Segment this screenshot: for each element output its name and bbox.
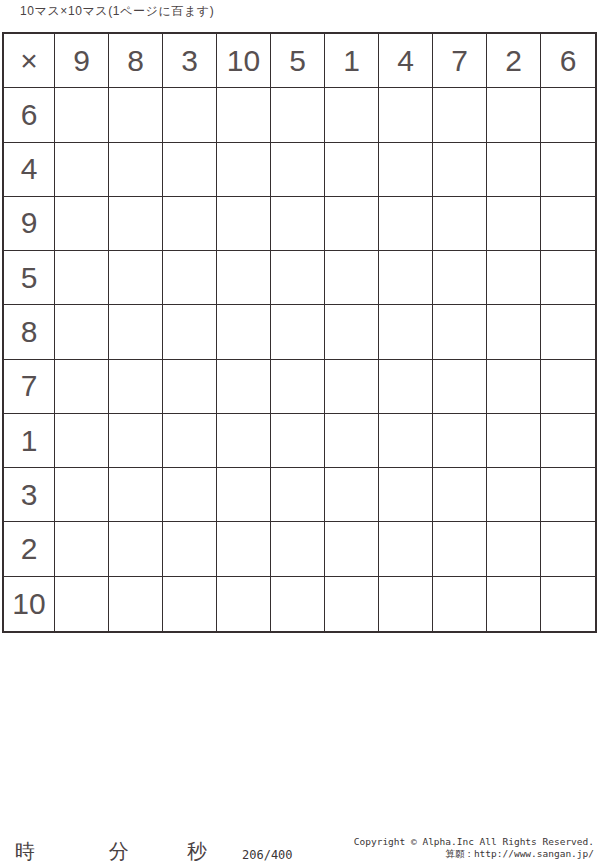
answer-cell-r2c5[interactable] (271, 143, 325, 197)
col-header-9: 2 (487, 34, 541, 88)
answer-cell-r7c6[interactable] (325, 414, 379, 468)
answer-cell-r8c9[interactable] (487, 468, 541, 522)
answer-cell-r8c8[interactable] (433, 468, 487, 522)
row-header-1: 6 (4, 88, 55, 142)
answer-cell-r7c2[interactable] (109, 414, 163, 468)
answer-cell-r10c9[interactable] (487, 577, 541, 631)
answer-cell-r1c10[interactable] (541, 88, 595, 142)
answer-cell-r4c8[interactable] (433, 251, 487, 305)
answer-cell-r6c8[interactable] (433, 360, 487, 414)
answer-cell-r10c6[interactable] (325, 577, 379, 631)
answer-cell-r4c3[interactable] (163, 251, 217, 305)
answer-cell-r1c7[interactable] (379, 88, 433, 142)
answer-cell-r7c8[interactable] (433, 414, 487, 468)
answer-cell-r7c10[interactable] (541, 414, 595, 468)
answer-cell-r5c9[interactable] (487, 305, 541, 359)
answer-cell-r4c4[interactable] (217, 251, 271, 305)
answer-cell-r2c7[interactable] (379, 143, 433, 197)
seconds-label: 秒 (187, 838, 208, 865)
answer-cell-r10c3[interactable] (163, 577, 217, 631)
answer-cell-r6c9[interactable] (487, 360, 541, 414)
answer-cell-r1c3[interactable] (163, 88, 217, 142)
row-header-3: 9 (4, 197, 55, 251)
answer-cell-r7c1[interactable] (55, 414, 109, 468)
answer-cell-r9c2[interactable] (109, 522, 163, 576)
answer-cell-r1c6[interactable] (325, 88, 379, 142)
answer-cell-r4c7[interactable] (379, 251, 433, 305)
answer-cell-r6c5[interactable] (271, 360, 325, 414)
time-entry-line: 時間： 分 秒 (14, 838, 235, 865)
answer-cell-r2c6[interactable] (325, 143, 379, 197)
answer-cell-r2c9[interactable] (487, 143, 541, 197)
answer-cell-r4c2[interactable] (109, 251, 163, 305)
drill-grid: ×9831051472664958713210 (2, 32, 597, 633)
answer-cell-r8c4[interactable] (217, 468, 271, 522)
answer-cell-r2c1[interactable] (55, 143, 109, 197)
answer-cell-r3c1[interactable] (55, 197, 109, 251)
answer-cell-r5c5[interactable] (271, 305, 325, 359)
answer-cell-r1c9[interactable] (487, 88, 541, 142)
answer-cell-r3c9[interactable] (487, 197, 541, 251)
answer-cell-r3c10[interactable] (541, 197, 595, 251)
answer-cell-r6c6[interactable] (325, 360, 379, 414)
answer-cell-r10c5[interactable] (271, 577, 325, 631)
time-label: 時間： (15, 838, 77, 865)
answer-cell-r1c1[interactable] (55, 88, 109, 142)
col-header-7: 4 (379, 34, 433, 88)
answer-cell-r7c3[interactable] (163, 414, 217, 468)
answer-cell-r3c7[interactable] (379, 197, 433, 251)
website-line: 算願：http://www.sangan.jp/ (354, 848, 594, 860)
answer-cell-r4c6[interactable] (325, 251, 379, 305)
answer-cell-r8c7[interactable] (379, 468, 433, 522)
answer-cell-r9c10[interactable] (541, 522, 595, 576)
answer-cell-r9c3[interactable] (163, 522, 217, 576)
row-header-10: 10 (4, 577, 55, 631)
answer-cell-r3c4[interactable] (217, 197, 271, 251)
answer-cell-r5c6[interactable] (325, 305, 379, 359)
minutes-blank-field[interactable] (77, 857, 109, 858)
col-header-5: 5 (271, 34, 325, 88)
answer-cell-r3c6[interactable] (325, 197, 379, 251)
answer-cell-r4c5[interactable] (271, 251, 325, 305)
answer-cell-r2c3[interactable] (163, 143, 217, 197)
col-header-1: 9 (55, 34, 109, 88)
row-header-5: 8 (4, 305, 55, 359)
answer-cell-r9c8[interactable] (433, 522, 487, 576)
row-header-9: 2 (4, 522, 55, 576)
answer-cell-r8c2[interactable] (109, 468, 163, 522)
row-header-4: 5 (4, 251, 55, 305)
row-header-2: 4 (4, 143, 55, 197)
answer-cell-r10c10[interactable] (541, 577, 595, 631)
answer-cell-r4c9[interactable] (487, 251, 541, 305)
answer-cell-r9c1[interactable] (55, 522, 109, 576)
answer-cell-r9c4[interactable] (217, 522, 271, 576)
answer-cell-r5c7[interactable] (379, 305, 433, 359)
copyright-line: Copyright © Alpha.Inc All Rights Reserve… (354, 836, 594, 848)
answer-cell-r6c7[interactable] (379, 360, 433, 414)
answer-cell-r7c7[interactable] (379, 414, 433, 468)
answer-cell-r2c2[interactable] (109, 143, 163, 197)
answer-cell-r10c2[interactable] (109, 577, 163, 631)
answer-cell-r4c1[interactable] (55, 251, 109, 305)
answer-cell-r2c10[interactable] (541, 143, 595, 197)
answer-cell-r8c3[interactable] (163, 468, 217, 522)
answer-cell-r6c1[interactable] (55, 360, 109, 414)
answer-cell-r1c8[interactable] (433, 88, 487, 142)
answer-cell-r7c5[interactable] (271, 414, 325, 468)
answer-cell-r9c5[interactable] (271, 522, 325, 576)
seconds-blank-field[interactable] (130, 857, 187, 858)
row-header-7: 1 (4, 414, 55, 468)
answer-cell-r3c3[interactable] (163, 197, 217, 251)
answer-cell-r8c6[interactable] (325, 468, 379, 522)
col-header-8: 7 (433, 34, 487, 88)
answer-cell-r6c4[interactable] (217, 360, 271, 414)
answer-cell-r8c10[interactable] (541, 468, 595, 522)
answer-cell-r10c4[interactable] (217, 577, 271, 631)
answer-cell-r8c1[interactable] (55, 468, 109, 522)
answer-cell-r1c4[interactable] (217, 88, 271, 142)
answer-cell-r9c9[interactable] (487, 522, 541, 576)
row-header-8: 3 (4, 468, 55, 522)
answer-cell-r3c5[interactable] (271, 197, 325, 251)
col-header-4: 10 (217, 34, 271, 88)
answer-cell-r2c8[interactable] (433, 143, 487, 197)
answer-cell-r5c8[interactable] (433, 305, 487, 359)
answer-cell-r8c5[interactable] (271, 468, 325, 522)
answer-cell-r5c2[interactable] (109, 305, 163, 359)
answer-cell-r7c9[interactable] (487, 414, 541, 468)
row-header-6: 7 (4, 360, 55, 414)
answer-cell-r3c2[interactable] (109, 197, 163, 251)
answer-cell-r7c4[interactable] (217, 414, 271, 468)
answer-cell-r5c4[interactable] (217, 305, 271, 359)
col-header-10: 6 (541, 34, 595, 88)
operator-cell: × (4, 34, 55, 88)
answer-cell-r10c8[interactable] (433, 577, 487, 631)
answer-cell-r6c2[interactable] (109, 360, 163, 414)
answer-cell-r1c5[interactable] (271, 88, 325, 142)
page-number: 206/400 (242, 848, 293, 862)
answer-cell-r9c6[interactable] (325, 522, 379, 576)
answer-cell-r10c7[interactable] (379, 577, 433, 631)
answer-cell-r10c1[interactable] (55, 577, 109, 631)
answer-cell-r6c10[interactable] (541, 360, 595, 414)
answer-cell-r9c7[interactable] (379, 522, 433, 576)
copyright-block: Copyright © Alpha.Inc All Rights Reserve… (354, 836, 594, 860)
col-header-2: 8 (109, 34, 163, 88)
answer-cell-r2c4[interactable] (217, 143, 271, 197)
answer-cell-r5c3[interactable] (163, 305, 217, 359)
worksheet-title: 10マス×10マス(1ページに百ます) (20, 3, 214, 20)
answer-cell-r5c10[interactable] (541, 305, 595, 359)
answer-cell-r1c2[interactable] (109, 88, 163, 142)
answer-cell-r4c10[interactable] (541, 251, 595, 305)
answer-cell-r6c3[interactable] (163, 360, 217, 414)
col-header-3: 3 (163, 34, 217, 88)
answer-cell-r5c1[interactable] (55, 305, 109, 359)
answer-cell-r3c8[interactable] (433, 197, 487, 251)
minutes-label: 分 (109, 838, 130, 865)
col-header-6: 1 (325, 34, 379, 88)
